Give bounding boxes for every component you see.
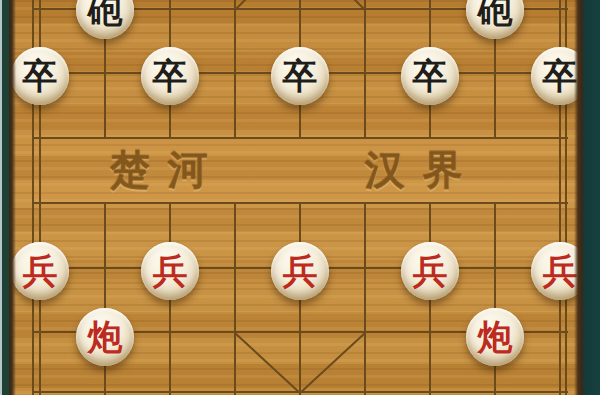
grid-line [364, 0, 366, 139]
piece-black-soldier[interactable]: 卒 [401, 47, 459, 105]
piece-red-soldier[interactable]: 兵 [141, 242, 199, 300]
xiangqi-board[interactable]: 楚河 汉界 砲砲卒卒卒卒卒兵兵兵兵兵炮炮 [0, 0, 600, 395]
piece-black-soldier[interactable]: 卒 [11, 47, 69, 105]
piece-red-soldier[interactable]: 兵 [271, 242, 329, 300]
grid-line [234, 202, 236, 395]
left-edge-strip [0, 0, 16, 395]
piece-red-soldier[interactable]: 兵 [401, 242, 459, 300]
piece-black-cannon[interactable]: 砲 [466, 0, 524, 39]
piece-black-soldier[interactable]: 卒 [271, 47, 329, 105]
grid-line [104, 202, 106, 395]
grid-line [364, 202, 366, 395]
piece-black-cannon[interactable]: 砲 [76, 0, 134, 39]
grid-line [494, 202, 496, 395]
river-label-left: 楚河 [110, 143, 226, 198]
grid-line [234, 0, 236, 139]
river-label-right: 汉界 [365, 143, 481, 198]
piece-black-soldier[interactable]: 卒 [141, 47, 199, 105]
grid-line [299, 332, 365, 393]
right-edge-strip [574, 0, 600, 395]
piece-red-cannon[interactable]: 炮 [466, 308, 524, 366]
piece-red-cannon[interactable]: 炮 [76, 308, 134, 366]
grid-line [234, 332, 300, 393]
piece-red-soldier[interactable]: 兵 [11, 242, 69, 300]
